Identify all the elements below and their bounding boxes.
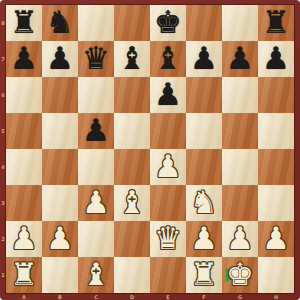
square-h6[interactable]	[258, 77, 294, 113]
square-e1[interactable]	[150, 257, 186, 293]
square-h2[interactable]: ♟	[258, 221, 294, 257]
rank-label-3: 3	[0, 185, 6, 221]
square-e7[interactable]: ♝	[150, 41, 186, 77]
square-b2[interactable]: ♟	[42, 221, 78, 257]
square-e6[interactable]: ♟	[150, 77, 186, 113]
square-d6[interactable]	[114, 77, 150, 113]
square-e2[interactable]: ♛	[150, 221, 186, 257]
square-a7[interactable]: ♟	[6, 41, 42, 77]
rank-label-6: 6	[0, 77, 6, 113]
square-d5[interactable]	[114, 113, 150, 149]
rank-label-5: 5	[0, 113, 6, 149]
black-knight[interactable]: ♞	[42, 5, 78, 41]
black-rook[interactable]: ♜	[6, 5, 42, 41]
square-a4[interactable]	[6, 149, 42, 185]
white-queen[interactable]: ♛	[150, 221, 186, 257]
square-h5[interactable]	[258, 113, 294, 149]
square-g6[interactable]	[222, 77, 258, 113]
square-c4[interactable]	[78, 149, 114, 185]
white-pawn[interactable]: ♟	[42, 221, 78, 257]
square-c5[interactable]: ♟	[78, 113, 114, 149]
square-f6[interactable]	[186, 77, 222, 113]
file-label-c: C	[78, 293, 114, 300]
square-g2[interactable]: ♟	[222, 221, 258, 257]
white-pawn[interactable]: ♟	[186, 221, 222, 257]
square-c6[interactable]	[78, 77, 114, 113]
white-pawn[interactable]: ♟	[78, 185, 114, 221]
square-a1[interactable]: ♜	[6, 257, 42, 293]
black-pawn[interactable]: ♟	[150, 77, 186, 113]
square-d2[interactable]	[114, 221, 150, 257]
square-c2[interactable]	[78, 221, 114, 257]
white-pawn[interactable]: ♟	[222, 221, 258, 257]
black-pawn[interactable]: ♟	[186, 41, 222, 77]
square-a5[interactable]	[6, 113, 42, 149]
chess-board-frame: ♜♞♚♜♟♟♛♝♝♟♟♟♟♟♟♟♝♞♟♟♛♟♟♟♜♝♜♚ 87654321ABC…	[0, 0, 300, 300]
chess-board: ♜♞♚♜♟♟♛♝♝♟♟♟♟♟♟♟♝♞♟♟♛♟♟♟♜♝♜♚	[6, 5, 294, 293]
square-h3[interactable]	[258, 185, 294, 221]
black-bishop[interactable]: ♝	[114, 41, 150, 77]
square-c7[interactable]: ♛	[78, 41, 114, 77]
square-h7[interactable]: ♟	[258, 41, 294, 77]
square-g4[interactable]	[222, 149, 258, 185]
file-label-b: B	[42, 293, 78, 300]
square-b4[interactable]	[42, 149, 78, 185]
square-h4[interactable]	[258, 149, 294, 185]
square-d3[interactable]: ♝	[114, 185, 150, 221]
white-rook[interactable]: ♜	[186, 257, 222, 293]
white-bishop[interactable]: ♝	[78, 257, 114, 293]
square-c8[interactable]	[78, 5, 114, 41]
square-g8[interactable]	[222, 5, 258, 41]
square-b6[interactable]	[42, 77, 78, 113]
square-e4[interactable]: ♟	[150, 149, 186, 185]
square-g1[interactable]: ♚	[222, 257, 258, 293]
square-g5[interactable]	[222, 113, 258, 149]
square-b7[interactable]: ♟	[42, 41, 78, 77]
square-a6[interactable]	[6, 77, 42, 113]
file-label-d: D	[114, 293, 150, 300]
square-f8[interactable]	[186, 5, 222, 41]
square-f5[interactable]	[186, 113, 222, 149]
black-pawn[interactable]: ♟	[222, 41, 258, 77]
square-a8[interactable]: ♜	[6, 5, 42, 41]
black-pawn[interactable]: ♟	[42, 41, 78, 77]
file-label-a: A	[6, 293, 42, 300]
square-d4[interactable]	[114, 149, 150, 185]
square-h8[interactable]: ♜	[258, 5, 294, 41]
square-e5[interactable]	[150, 113, 186, 149]
square-g3[interactable]	[222, 185, 258, 221]
black-king[interactable]: ♚	[150, 5, 186, 41]
rank-label-8: 8	[0, 5, 6, 41]
white-king[interactable]: ♚	[222, 257, 258, 293]
square-c3[interactable]: ♟	[78, 185, 114, 221]
rank-label-1: 1	[0, 257, 6, 293]
square-b1[interactable]	[42, 257, 78, 293]
square-a2[interactable]: ♟	[6, 221, 42, 257]
file-label-h: H	[258, 293, 294, 300]
square-b8[interactable]: ♞	[42, 5, 78, 41]
square-g7[interactable]: ♟	[222, 41, 258, 77]
square-d1[interactable]	[114, 257, 150, 293]
black-bishop[interactable]: ♝	[150, 41, 186, 77]
rank-label-2: 2	[0, 221, 6, 257]
square-f7[interactable]: ♟	[186, 41, 222, 77]
white-rook[interactable]: ♜	[6, 257, 42, 293]
white-pawn[interactable]: ♟	[6, 221, 42, 257]
black-pawn[interactable]: ♟	[6, 41, 42, 77]
square-b5[interactable]	[42, 113, 78, 149]
square-f3[interactable]: ♞	[186, 185, 222, 221]
square-d7[interactable]: ♝	[114, 41, 150, 77]
rank-label-4: 4	[0, 149, 6, 185]
square-f1[interactable]: ♜	[186, 257, 222, 293]
square-b3[interactable]	[42, 185, 78, 221]
black-queen[interactable]: ♛	[78, 41, 114, 77]
white-pawn[interactable]: ♟	[150, 149, 186, 185]
white-bishop[interactable]: ♝	[114, 185, 150, 221]
black-pawn[interactable]: ♟	[258, 41, 294, 77]
square-d8[interactable]	[114, 5, 150, 41]
file-label-e: E	[150, 293, 186, 300]
square-f2[interactable]: ♟	[186, 221, 222, 257]
square-e8[interactable]: ♚	[150, 5, 186, 41]
square-a3[interactable]	[6, 185, 42, 221]
black-pawn[interactable]: ♟	[78, 113, 114, 149]
file-label-g: G	[222, 293, 258, 300]
file-label-f: F	[186, 293, 222, 300]
black-rook[interactable]: ♜	[258, 5, 294, 41]
square-h1[interactable]	[258, 257, 294, 293]
square-f4[interactable]	[186, 149, 222, 185]
white-knight[interactable]: ♞	[186, 185, 222, 221]
rank-label-7: 7	[0, 41, 6, 77]
white-pawn[interactable]: ♟	[258, 221, 294, 257]
square-c1[interactable]: ♝	[78, 257, 114, 293]
square-e3[interactable]	[150, 185, 186, 221]
